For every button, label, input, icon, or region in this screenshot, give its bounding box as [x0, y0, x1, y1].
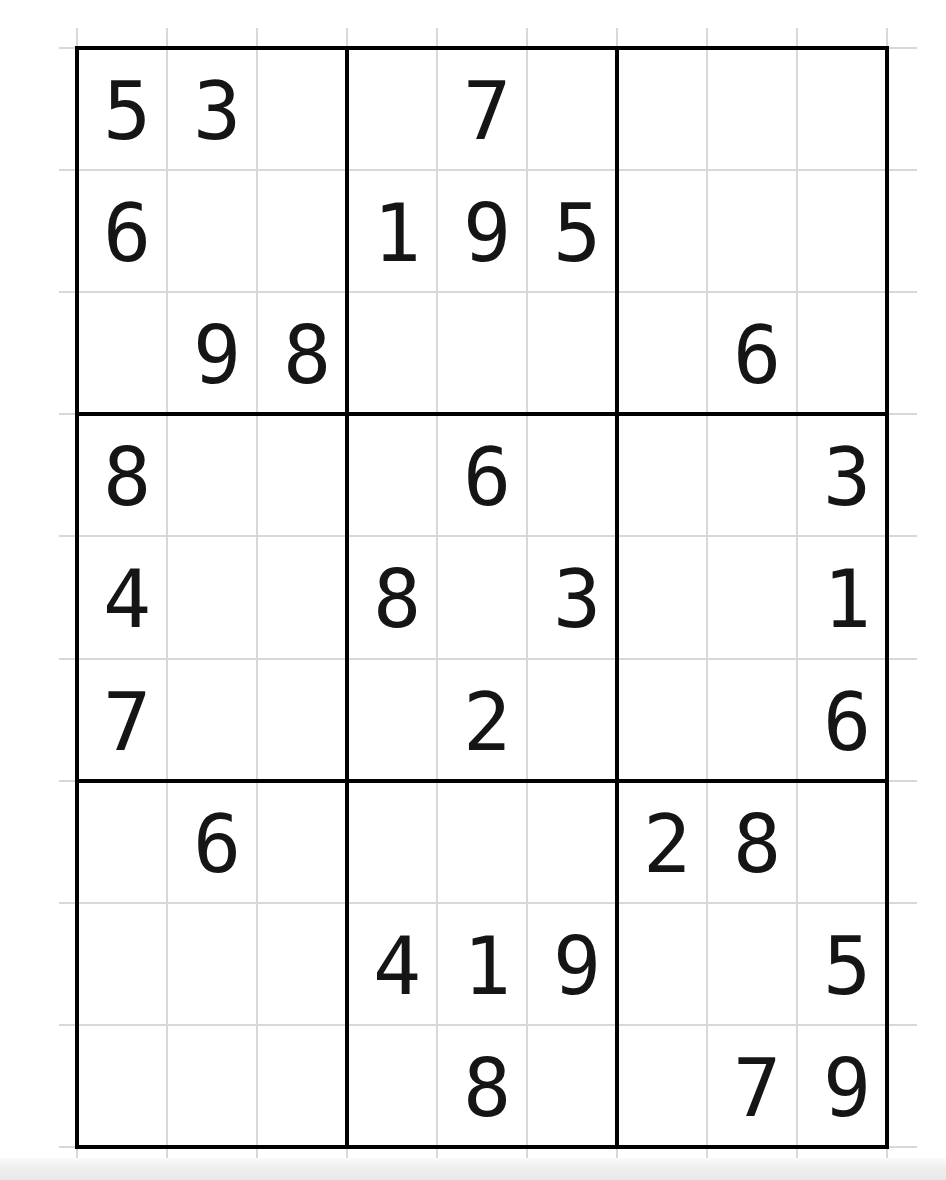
spreadsheet-canvas: 537619598686348317266284195879 [0, 0, 946, 1180]
box-separator-horizontal-1 [75, 412, 889, 416]
box-separator-vertical-2 [615, 46, 619, 1149]
box-separator-vertical-1 [345, 46, 349, 1149]
sudoku-outer-border [75, 46, 889, 1149]
bottom-edge-strip [0, 1158, 946, 1180]
box-separator-horizontal-2 [75, 779, 889, 783]
